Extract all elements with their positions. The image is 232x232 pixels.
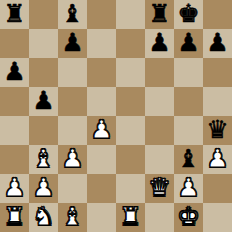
square-a7[interactable] [0, 29, 29, 58]
square-b4[interactable] [29, 116, 58, 145]
square-h7[interactable]: ♟ [203, 29, 232, 58]
square-c3[interactable]: ♟ [58, 145, 87, 174]
black-bishop[interactable]: ♝ [177, 144, 199, 173]
black-pawn[interactable]: ♟ [32, 86, 54, 115]
square-h2[interactable] [203, 174, 232, 203]
black-rook[interactable]: ♜ [3, 0, 25, 28]
white-rook[interactable]: ♜ [3, 202, 25, 231]
square-e1[interactable]: ♜ [116, 203, 145, 232]
white-queen[interactable]: ♛ [148, 173, 170, 202]
square-e7[interactable] [116, 29, 145, 58]
square-h6[interactable] [203, 58, 232, 87]
square-f5[interactable] [145, 87, 174, 116]
black-pawn[interactable]: ♟ [61, 28, 83, 57]
square-b5[interactable]: ♟ [29, 87, 58, 116]
square-g1[interactable]: ♚ [174, 203, 203, 232]
white-pawn[interactable]: ♟ [206, 144, 228, 173]
white-king[interactable]: ♚ [177, 202, 199, 231]
black-king[interactable]: ♚ [177, 0, 199, 28]
square-d7[interactable] [87, 29, 116, 58]
square-g6[interactable] [174, 58, 203, 87]
square-d4[interactable]: ♟ [87, 116, 116, 145]
square-h5[interactable] [203, 87, 232, 116]
white-pawn[interactable]: ♟ [90, 115, 112, 144]
square-h1[interactable] [203, 203, 232, 232]
square-e8[interactable] [116, 0, 145, 29]
white-bishop[interactable]: ♝ [32, 144, 54, 173]
black-pawn[interactable]: ♟ [177, 28, 199, 57]
square-e5[interactable] [116, 87, 145, 116]
white-rook[interactable]: ♜ [119, 202, 141, 231]
white-bishop[interactable]: ♝ [61, 202, 83, 231]
square-b8[interactable] [29, 0, 58, 29]
square-e3[interactable] [116, 145, 145, 174]
square-d3[interactable] [87, 145, 116, 174]
square-g5[interactable] [174, 87, 203, 116]
square-f6[interactable] [145, 58, 174, 87]
square-a3[interactable] [0, 145, 29, 174]
square-e2[interactable] [116, 174, 145, 203]
black-pawn[interactable]: ♟ [3, 57, 25, 86]
white-pawn[interactable]: ♟ [61, 144, 83, 173]
square-f8[interactable]: ♜ [145, 0, 174, 29]
white-pawn[interactable]: ♟ [177, 173, 199, 202]
black-pawn[interactable]: ♟ [148, 28, 170, 57]
square-a1[interactable]: ♜ [0, 203, 29, 232]
square-c4[interactable] [58, 116, 87, 145]
square-d1[interactable] [87, 203, 116, 232]
square-f1[interactable] [145, 203, 174, 232]
square-c1[interactable]: ♝ [58, 203, 87, 232]
square-a8[interactable]: ♜ [0, 0, 29, 29]
square-d5[interactable] [87, 87, 116, 116]
square-f7[interactable]: ♟ [145, 29, 174, 58]
square-c2[interactable] [58, 174, 87, 203]
square-h8[interactable] [203, 0, 232, 29]
white-knight[interactable]: ♞ [32, 202, 54, 231]
square-f3[interactable] [145, 145, 174, 174]
white-pawn[interactable]: ♟ [32, 173, 54, 202]
square-c6[interactable] [58, 58, 87, 87]
square-d2[interactable] [87, 174, 116, 203]
square-a4[interactable] [0, 116, 29, 145]
square-d6[interactable] [87, 58, 116, 87]
square-g2[interactable]: ♟ [174, 174, 203, 203]
black-bishop[interactable]: ♝ [61, 0, 83, 28]
square-b3[interactable]: ♝ [29, 145, 58, 174]
square-c8[interactable]: ♝ [58, 0, 87, 29]
chess-board: ♜♝♜♚♟♟♟♟♟♟♟♛♝♟♝♟♟♟♛♟♜♞♝♜♚ [0, 0, 232, 232]
square-h3[interactable]: ♟ [203, 145, 232, 174]
square-b6[interactable] [29, 58, 58, 87]
square-e4[interactable] [116, 116, 145, 145]
square-f4[interactable] [145, 116, 174, 145]
square-c5[interactable] [58, 87, 87, 116]
square-g8[interactable]: ♚ [174, 0, 203, 29]
black-rook[interactable]: ♜ [148, 0, 170, 28]
square-b2[interactable]: ♟ [29, 174, 58, 203]
square-g4[interactable] [174, 116, 203, 145]
square-d8[interactable] [87, 0, 116, 29]
square-a5[interactable] [0, 87, 29, 116]
square-c7[interactable]: ♟ [58, 29, 87, 58]
square-a6[interactable]: ♟ [0, 58, 29, 87]
square-g3[interactable]: ♝ [174, 145, 203, 174]
black-queen[interactable]: ♛ [206, 115, 228, 144]
square-b7[interactable] [29, 29, 58, 58]
black-pawn[interactable]: ♟ [206, 28, 228, 57]
square-g7[interactable]: ♟ [174, 29, 203, 58]
square-e6[interactable] [116, 58, 145, 87]
square-a2[interactable]: ♟ [0, 174, 29, 203]
square-f2[interactable]: ♛ [145, 174, 174, 203]
white-pawn[interactable]: ♟ [3, 173, 25, 202]
square-b1[interactable]: ♞ [29, 203, 58, 232]
square-h4[interactable]: ♛ [203, 116, 232, 145]
